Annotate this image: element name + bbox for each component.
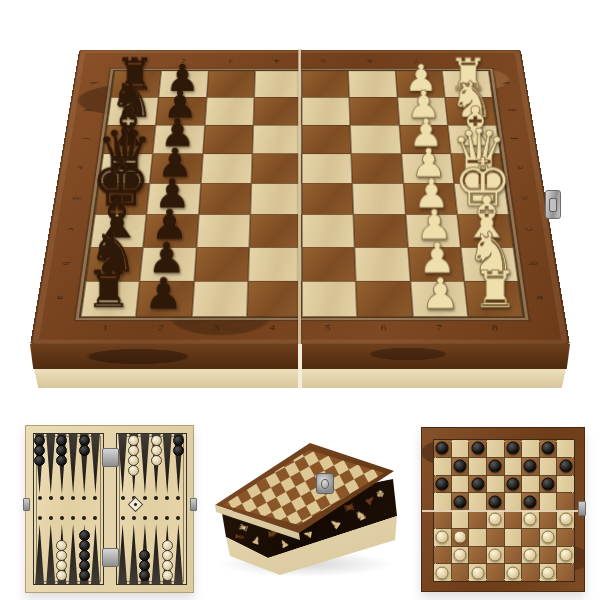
backgammon-point [45,434,56,494]
checkers-square [487,493,504,510]
checkers-square [487,529,504,546]
checker-piece-white [453,548,466,561]
stored-piece: ♟ [303,529,314,540]
point-tip-dot [93,516,97,520]
checkers-square [469,511,486,528]
checkers-square [522,440,539,457]
checkers-square [522,564,539,581]
coordinate-label: e [493,163,545,173]
checkers-square [505,493,522,510]
chess-playing-area: ♜♟♟♜♞♟♟♞♝♟♟♝♛♟♟♛♚♟♟♚♝♟♟♝♞♟♟♞♜♟♟♜ [79,70,525,318]
checker-piece-black [524,460,537,473]
checker-piece-white [436,531,449,544]
clasp-icon [578,501,586,516]
chess-piece-dark-p: ♟ [145,274,184,314]
hinge-icon [102,448,119,467]
checkers-square [505,458,522,475]
checkers-square [540,529,557,546]
checkers-square [505,529,522,546]
stored-piece: ♟ [327,516,343,532]
chess-square [205,97,255,125]
chess-square [250,184,302,215]
checkers-square [487,440,504,457]
checkers-square [540,511,557,528]
checker-piece-white [506,566,519,579]
chess-square [249,215,302,248]
backgammon-checker-black [79,550,90,561]
checkers-square [557,564,574,581]
chess-square: ♜ [81,281,140,317]
backgammon-point [162,434,173,494]
checkers-square [487,476,504,493]
point-tip-dot [143,496,147,500]
coordinate-label: d [50,193,103,203]
backgammon-checker-black [79,540,90,551]
point-tip-dot [60,496,64,500]
checkers-square [434,493,451,510]
folded-box-inset: ♜♟♞♟♝♟♛♟♜♞♟♚♟♝ [212,443,402,580]
checker-piece-black [524,495,537,508]
checkers-square [557,440,574,457]
point-tip-dot [38,496,42,500]
backgammon-point [90,434,101,494]
checker-piece-black [453,460,466,473]
checkers-square [557,547,574,564]
point-tip-dot [49,496,53,500]
checker-piece-white [471,566,484,579]
point-tip-dot [176,516,180,520]
backgammon-checker-black [79,560,90,571]
checkers-square [557,511,574,528]
coordinate-label: a [33,292,89,303]
checkers-inset [421,427,585,592]
chess-square [302,215,355,248]
point-tip-dot [82,496,86,500]
chess-square [348,71,397,97]
checkers-square [452,476,469,493]
chess-square [349,97,399,125]
chess-piece-light-r: ♜ [472,267,518,314]
checkers-square [505,440,522,457]
checkers-square [469,493,486,510]
box-clasp-icon [316,473,334,494]
coordinate-label: 2 [160,57,207,65]
coordinate-label: f [60,134,110,143]
chess-square [206,71,255,97]
coordinate-label: 6 [346,57,393,65]
checkers-square [452,440,469,457]
checkers-square [522,529,539,546]
checkers-fold-line [422,510,584,512]
coordinate-label: d [497,193,550,203]
checkers-square [469,458,486,475]
chess-square [350,125,401,154]
backgammon-inset [25,425,194,593]
checkers-square [469,529,486,546]
point-tip-dot [49,516,53,520]
checkers-square [522,476,539,493]
coordinate-label: 4 [253,57,300,65]
backgammon-point [128,524,139,584]
clasp-icon [23,498,30,511]
coordinate-label: 8 [466,322,523,334]
point-tip-dot [165,516,169,520]
checkers-square [469,547,486,564]
chess-bottom-coordinates: 12345678 [77,322,524,334]
chess-top-coordinates: 12345678 [114,57,486,65]
checkers-square [452,564,469,581]
point-tip-dot [71,496,75,500]
backgammon-point [139,434,150,494]
checkers-square [540,458,557,475]
backgammon-point [90,524,101,584]
backgammon-checker-white [162,560,173,571]
checkers-square [557,458,574,475]
stored-piece: ♟ [278,537,291,550]
coordinate-label: 2 [132,322,189,334]
chess-piece-dark-r: ♜ [86,267,132,314]
coordinate-label: g [486,106,535,115]
checkers-square [434,564,451,581]
coordinate-label: 5 [300,57,347,65]
stored-piece: ♟ [251,535,263,547]
checker-piece-white [524,548,537,561]
checker-piece-black [489,460,502,473]
checker-piece-white [453,531,466,544]
chess-square [356,281,413,317]
point-tip-dot [154,516,158,520]
chess-square [198,184,251,215]
checkers-square [469,476,486,493]
backgammon-right-panel [116,433,187,585]
checkers-square [452,493,469,510]
chess-square [302,154,353,184]
checkers-square [452,547,469,564]
checkers-square [505,564,522,581]
point-tip-dot [154,496,158,500]
checkers-square [434,547,451,564]
backgammon-checker-black [34,455,45,466]
checkers-square [505,511,522,528]
coordinate-label: 4 [244,322,300,334]
checkers-square [469,440,486,457]
chess-square [302,97,351,125]
point-tip-dot [71,516,75,520]
backgammon-checker-white [162,540,173,551]
checkers-square [469,564,486,581]
checkers-square [452,529,469,546]
chess-square [196,215,250,248]
chess-square [254,71,302,97]
coordinate-label: c [45,224,99,234]
chess-square [194,247,249,281]
backgammon-checker-white [162,570,173,581]
chess-square [352,184,405,215]
stored-piece: ♞ [353,507,369,524]
main-chess-board: 12345678 12345678 hgfedcba hgfedcba ♜♟♟♜… [30,50,570,345]
chess-square [203,125,254,154]
coordinate-label: c [502,224,556,234]
checker-piece-black [542,442,555,455]
coordinate-label: 3 [188,322,244,334]
backgammon-point [34,524,45,584]
checkers-square [505,547,522,564]
checkers-square [434,458,451,475]
checkers-square [540,476,557,493]
coordinate-label: b [39,257,94,268]
backgammon-point [68,524,79,584]
checkers-square [452,458,469,475]
checker-piece-black [436,442,449,455]
chess-square [302,71,350,97]
coordinate-label: e [55,163,107,173]
checkers-square [540,547,557,564]
checkers-square [487,547,504,564]
chess-square [351,154,403,184]
board-fold-gap [298,344,302,388]
checkers-square [557,493,574,510]
chess-square [355,247,410,281]
backgammon-checker-white [56,560,67,571]
checker-piece-black [506,442,519,455]
checker-piece-white [436,566,449,579]
chess-square [302,281,357,317]
chess-square: ♟ [136,281,194,317]
coordinate-label: b [506,257,561,268]
backgammon-point [173,524,184,584]
checker-piece-black [489,495,502,508]
point-tip-dot [38,516,42,520]
checker-piece-black [471,442,484,455]
hinge-icon [102,548,119,567]
backgammon-left-panel [33,433,104,585]
chess-square [354,215,408,248]
point-tip-dot [93,496,97,500]
coordinate-label: 7 [393,57,440,65]
checkers-square [434,529,451,546]
coordinate-label: 3 [207,57,254,65]
chess-square: ♟ [410,281,468,317]
chess-square [302,184,354,215]
board-fold-line [298,50,301,345]
point-tip-dot [143,516,147,520]
checkers-square [505,476,522,493]
product-photo-canvas: 12345678 12345678 hgfedcba hgfedcba ♜♟♟♜… [0,0,600,600]
chess-square [201,154,253,184]
checkers-square [522,493,539,510]
point-tip-dot [82,516,86,520]
coordinate-label: 1 [114,57,161,65]
chess-square [302,247,356,281]
backgammon-point [45,524,56,584]
backgammon-checker-black [56,455,67,466]
checker-piece-black [453,495,466,508]
checkers-square [540,564,557,581]
chess-grid: ♜♟♟♜♞♟♟♞♝♟♟♝♛♟♟♛♚♟♟♚♝♟♟♝♞♟♟♞♜♟♟♜ [81,71,523,317]
checker-piece-black [559,460,572,473]
checker-piece-white [542,531,555,544]
checkers-square [540,440,557,457]
checkers-square [434,476,451,493]
coordinate-label: 6 [355,322,411,334]
backgammon-checker-black [79,530,90,541]
coordinate-label: a [511,292,567,303]
checkers-square [522,458,539,475]
backgammon-checker-black [139,560,150,571]
point-tip-dot [60,516,64,520]
chess-piece-light-p: ♟ [421,274,460,314]
checkers-square [434,440,451,457]
coordinate-label: h [482,79,530,87]
checkers-square [557,529,574,546]
backgammon-point [151,524,162,584]
checker-piece-white [524,513,537,526]
checker-piece-black [506,477,519,490]
coordinate-label: f [489,134,539,143]
checkers-square [487,564,504,581]
chess-square [248,247,302,281]
checker-piece-white [559,513,572,526]
coordinate-label: 7 [411,322,468,334]
point-tip-dot [121,496,125,500]
backgammon-checker-black [79,445,90,456]
checkers-square [540,493,557,510]
backgammon-checker-black [173,445,184,456]
checkers-square [557,476,574,493]
checker-piece-black [436,477,449,490]
checkers-square [487,458,504,475]
checkers-square [487,511,504,528]
checker-piece-black [471,477,484,490]
coordinate-label: 1 [77,322,134,334]
checker-piece-white [489,513,502,526]
backgammon-point [68,434,79,494]
coordinate-label: h [69,79,117,87]
checkers-square [522,511,539,528]
backgammon-checker-black [79,570,90,581]
clasp-icon [190,498,197,511]
coordinate-label: g [65,106,114,115]
chess-square [191,281,247,317]
backgammon-checker-white [128,465,139,476]
point-tip-dot [132,516,136,520]
chess-square [253,97,302,125]
point-tip-dot [165,496,169,500]
checkers-square [434,511,451,528]
coordinate-label: 8 [439,57,486,65]
checker-piece-white [542,566,555,579]
coordinate-label: 5 [300,322,356,334]
board-clasp-icon [545,190,561,219]
chess-square [252,125,302,154]
checkers-square [452,511,469,528]
checker-piece-black [542,477,555,490]
checker-piece-white [559,548,572,561]
chess-square [302,125,352,154]
checkers-square [522,547,539,564]
backgammon-checker-white [162,550,173,561]
backgammon-checker-black [139,550,150,561]
backgammon-checker-white [56,540,67,551]
checker-piece-white [489,548,502,561]
backgammon-checker-white [56,550,67,561]
chess-square [251,154,302,184]
point-tip-dot [176,496,180,500]
point-tip-dot [121,516,125,520]
chess-square [247,281,302,317]
backgammon-checker-white [151,455,162,466]
